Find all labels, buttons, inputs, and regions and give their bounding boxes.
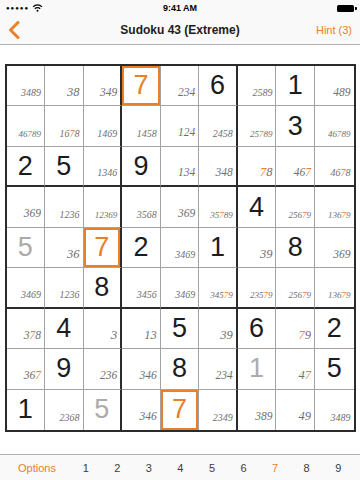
cell-r2c5[interactable]: 124: [161, 106, 200, 146]
pencil-marks: 25789: [250, 130, 276, 146]
toolbar-number-9[interactable]: 9: [331, 460, 345, 476]
pencil-marks: 23579: [250, 291, 276, 307]
cell-r6c3[interactable]: 8: [84, 268, 123, 308]
cell-r4c4[interactable]: 3568: [122, 187, 161, 227]
pencil-marks: 3489: [331, 413, 354, 430]
cell-r4c3[interactable]: 12369: [84, 187, 123, 227]
cell-r9c5[interactable]: 7: [161, 390, 200, 430]
cell-r2c6[interactable]: 2458: [199, 106, 238, 146]
cell-r2c3[interactable]: 1469: [84, 106, 123, 146]
cell-r7c3[interactable]: 3: [84, 309, 123, 349]
cell-r9c4[interactable]: 346: [122, 390, 161, 430]
cell-r8c1[interactable]: 367: [7, 349, 46, 389]
navigation-bar: Sudoku 43 (Extreme) Hint (3): [0, 16, 360, 45]
pencil-marks: 1469: [97, 129, 120, 146]
cell-r5c6[interactable]: 1: [199, 228, 238, 268]
cell-r3c1[interactable]: 2: [7, 147, 46, 187]
placed-digit: 7: [161, 390, 199, 430]
pencil-marks: 1458: [137, 129, 160, 146]
placed-digit: 6: [199, 66, 236, 105]
cell-r8c9[interactable]: 5: [315, 349, 354, 389]
pencil-marks: 367: [24, 370, 44, 389]
placed-digit: 8: [161, 349, 199, 388]
pencil-marks: 12369: [95, 211, 121, 227]
cell-r9c1[interactable]: 1: [7, 390, 46, 430]
cell-r4c6[interactable]: 35789: [199, 187, 238, 227]
pencil-marks: 369: [333, 249, 353, 268]
pencil-marks: 47: [298, 369, 314, 389]
pencil-marks: 36: [67, 248, 83, 268]
cell-r1c5[interactable]: 234: [161, 66, 200, 106]
placed-digit: 5: [84, 390, 121, 430]
pencil-marks: 13: [144, 329, 160, 349]
cell-r1c2[interactable]: 38: [45, 66, 84, 106]
sudoku-grid: 3489383497234625891489467891678146914581…: [5, 64, 356, 432]
cell-r6c4[interactable]: 3456: [122, 268, 161, 308]
placed-digit: 5: [7, 228, 45, 267]
pencil-marks: 2349: [213, 413, 236, 430]
cell-r8c8[interactable]: 47: [276, 349, 315, 389]
pencil-marks: 346: [139, 411, 159, 430]
battery-icon: [337, 5, 354, 12]
pencil-marks: 4678: [331, 168, 354, 185]
pencil-marks: 25679: [288, 291, 314, 307]
cell-r3c7[interactable]: 78: [238, 147, 277, 187]
pencil-marks: 1346: [97, 168, 120, 185]
cell-r3c2[interactable]: 5: [45, 147, 84, 187]
cell-r1c6[interactable]: 6: [199, 66, 238, 106]
pencil-marks: 3456: [137, 290, 160, 307]
cell-r7c7[interactable]: 6: [238, 309, 277, 349]
cell-r1c4[interactable]: 7: [122, 66, 161, 106]
toolbar-number-7[interactable]: 7: [268, 460, 282, 476]
cell-r2c8[interactable]: 3: [276, 106, 315, 146]
pencil-marks: 378: [24, 330, 44, 349]
placed-digit: 2: [122, 228, 160, 267]
cell-r7c8[interactable]: 79: [276, 309, 315, 349]
cell-r2c4[interactable]: 1458: [122, 106, 161, 146]
status-bar: ●●●●● 9:41 AM: [0, 0, 360, 16]
cell-r2c9[interactable]: 46789: [315, 106, 354, 146]
pencil-marks: 35789: [210, 211, 236, 227]
cell-r3c4[interactable]: 9: [122, 147, 161, 187]
placed-digit: 4: [45, 309, 83, 348]
cell-r2c7[interactable]: 25789: [238, 106, 277, 146]
pencil-marks: 134: [178, 167, 198, 186]
toolbar-number-5[interactable]: 5: [205, 460, 219, 476]
pencil-marks: 1678: [60, 129, 83, 146]
cell-r3c6[interactable]: 348: [199, 147, 238, 187]
pencil-marks: 25679: [288, 211, 314, 227]
pencil-marks: 349: [100, 87, 120, 106]
clock: 9:41 AM: [0, 3, 360, 13]
pencil-marks: 369: [178, 208, 198, 227]
cell-r7c6[interactable]: 39: [199, 309, 238, 349]
cell-r8c2[interactable]: 9: [45, 349, 84, 389]
cell-r8c4[interactable]: 346: [122, 349, 161, 389]
placed-digit: 5: [161, 309, 199, 348]
placed-digit: 8: [276, 228, 314, 267]
placed-digit: 9: [122, 147, 160, 185]
cell-r1c7[interactable]: 2589: [238, 66, 277, 106]
cell-r6c1[interactable]: 3469: [7, 268, 46, 308]
cell-r8c6[interactable]: 234: [199, 349, 238, 389]
cell-r4c8[interactable]: 25679: [276, 187, 315, 227]
placed-digit: 4: [238, 187, 276, 226]
placed-digit: 1: [7, 390, 45, 430]
pencil-marks: 3: [111, 328, 121, 348]
cell-r5c5[interactable]: 3469: [161, 228, 200, 268]
pencil-marks: 2458: [213, 129, 236, 146]
cell-r7c1[interactable]: 378: [7, 309, 46, 349]
placed-digit: 1: [238, 349, 276, 388]
pencil-marks: 3469: [21, 290, 44, 307]
pencil-marks: 3469: [175, 290, 198, 307]
cell-r8c5[interactable]: 8: [161, 349, 200, 389]
cell-r5c2[interactable]: 36: [45, 228, 84, 268]
placed-digit: 3: [276, 106, 314, 145]
cell-r7c2[interactable]: 4: [45, 309, 84, 349]
placed-digit: 1: [276, 66, 314, 105]
toolbar-number-6[interactable]: 6: [236, 460, 250, 476]
cell-r3c8[interactable]: 467: [276, 147, 315, 187]
cell-r2c2[interactable]: 1678: [45, 106, 84, 146]
placed-digit: 9: [45, 349, 83, 388]
pencil-marks: 467: [294, 167, 314, 186]
number-picker: 123456789: [70, 460, 354, 476]
pencil-marks: 46789: [328, 130, 354, 146]
pencil-marks: 2589: [252, 88, 275, 105]
cell-r4c1[interactable]: 369: [7, 187, 46, 227]
pencil-marks: 39: [220, 329, 236, 349]
cell-r6c5[interactable]: 3469: [161, 268, 200, 308]
placed-digit: 7: [122, 66, 160, 105]
bottom-toolbar: Options 123456789: [0, 454, 360, 480]
pencil-marks: 234: [216, 370, 236, 389]
placed-digit: 1: [199, 228, 236, 267]
cell-r6c7[interactable]: 23579: [238, 268, 277, 308]
toolbar-number-3[interactable]: 3: [142, 460, 156, 476]
pencil-marks: 39: [260, 248, 276, 268]
pencil-marks: 79: [298, 329, 314, 349]
cell-r2c1[interactable]: 46789: [7, 106, 46, 146]
cell-r3c5[interactable]: 134: [161, 147, 200, 187]
cell-r6c2[interactable]: 1236: [45, 268, 84, 308]
pencil-marks: 3489: [21, 88, 44, 105]
pencil-marks: 234: [178, 87, 198, 106]
toolbar-number-4[interactable]: 4: [173, 460, 187, 476]
options-button[interactable]: Options: [18, 462, 56, 474]
placed-digit: 8: [84, 268, 121, 306]
cell-r4c9[interactable]: 13679: [315, 187, 354, 227]
cell-r4c7[interactable]: 4: [238, 187, 277, 227]
cell-r7c9[interactable]: 2: [315, 309, 354, 349]
pencil-marks: 13679: [328, 291, 354, 307]
placed-digit: 2: [315, 309, 354, 348]
toolbar-number-2[interactable]: 2: [110, 460, 124, 476]
cell-r9c9[interactable]: 3489: [315, 390, 354, 430]
pencil-marks: 3568: [137, 210, 160, 227]
cell-r5c4[interactable]: 2: [122, 228, 161, 268]
cell-r1c1[interactable]: 3489: [7, 66, 46, 106]
pencil-marks: 346: [139, 370, 159, 389]
pencil-marks: 348: [216, 167, 236, 186]
pencil-marks: 369: [24, 208, 44, 227]
toolbar-number-8[interactable]: 8: [300, 460, 314, 476]
pencil-marks: 124: [178, 127, 198, 146]
cell-r4c2[interactable]: 1236: [45, 187, 84, 227]
cell-r1c9[interactable]: 489: [315, 66, 354, 106]
pencil-marks: 1236: [60, 210, 83, 227]
cell-r4c5[interactable]: 369: [161, 187, 200, 227]
pencil-marks: 34579: [210, 291, 236, 307]
cell-r6c6[interactable]: 34579: [199, 268, 238, 308]
page-title: Sudoku 43 (Extreme): [0, 23, 360, 37]
cell-r9c2[interactable]: 2368: [45, 390, 84, 430]
cell-r7c4[interactable]: 13: [122, 309, 161, 349]
hint-button[interactable]: Hint (3): [316, 24, 352, 36]
pencil-marks: 2368: [60, 413, 83, 430]
cell-r1c8[interactable]: 1: [276, 66, 315, 106]
placed-digit: 5: [45, 147, 83, 185]
pencil-marks: 38: [67, 86, 83, 106]
pencil-marks: 489: [333, 87, 353, 106]
pencil-marks: 78: [260, 166, 276, 186]
pencil-marks: 1236: [60, 290, 83, 307]
pencil-marks: 389: [255, 411, 275, 430]
cell-r5c9[interactable]: 369: [315, 228, 354, 268]
cell-r9c3[interactable]: 5: [84, 390, 123, 430]
placed-digit: 6: [238, 309, 276, 348]
cell-r9c7[interactable]: 389: [238, 390, 277, 430]
cell-r3c9[interactable]: 4678: [315, 147, 354, 187]
cell-r5c3[interactable]: 7: [84, 228, 123, 268]
pencil-marks: 3469: [175, 250, 198, 267]
cell-r7c5[interactable]: 5: [161, 309, 200, 349]
cell-r5c8[interactable]: 8: [276, 228, 315, 268]
cell-r1c3[interactable]: 349: [84, 66, 123, 106]
cell-r5c1[interactable]: 5: [7, 228, 46, 268]
cell-r6c8[interactable]: 25679: [276, 268, 315, 308]
cell-r5c7[interactable]: 39: [238, 228, 277, 268]
cell-r9c8[interactable]: 49: [276, 390, 315, 430]
pencil-marks: 49: [298, 410, 314, 430]
pencil-marks: 46789: [19, 130, 45, 146]
cell-r9c6[interactable]: 2349: [199, 390, 238, 430]
cell-r8c3[interactable]: 236: [84, 349, 123, 389]
cell-r3c3[interactable]: 1346: [84, 147, 123, 187]
cell-r6c9[interactable]: 13679: [315, 268, 354, 308]
placed-digit: 2: [7, 147, 45, 185]
pencil-marks: 236: [100, 370, 120, 389]
toolbar-number-1[interactable]: 1: [79, 460, 93, 476]
app-window: ●●●●● 9:41 AM Sudoku 43 (Extreme) Hint (…: [0, 0, 360, 480]
placed-digit: 7: [84, 228, 121, 267]
cell-r8c7[interactable]: 1: [238, 349, 277, 389]
placed-digit: 5: [315, 349, 354, 388]
pencil-marks: 13679: [328, 211, 354, 227]
